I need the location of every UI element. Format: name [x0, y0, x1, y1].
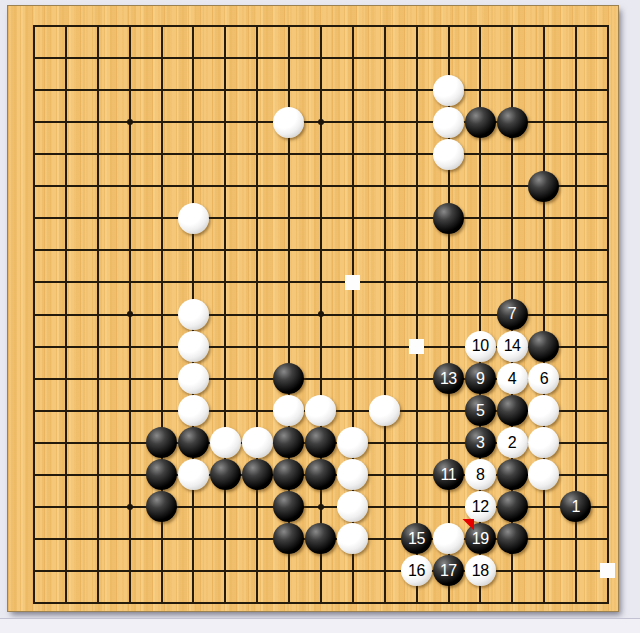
- stone-black[interactable]: [497, 523, 528, 554]
- stone-white-move-4[interactable]: 4: [497, 363, 528, 394]
- stone-white[interactable]: [178, 395, 209, 426]
- stone-black-move-5[interactable]: 5: [465, 395, 496, 426]
- stone-black[interactable]: [273, 427, 304, 458]
- stone-black[interactable]: [273, 459, 304, 490]
- stone-white-move-14[interactable]: 14: [497, 331, 528, 362]
- stone-white-move-10[interactable]: 10: [465, 331, 496, 362]
- star-point: [127, 311, 133, 317]
- square-marker: [600, 563, 615, 578]
- stone-black[interactable]: [528, 171, 559, 202]
- move-number: 4: [508, 371, 516, 387]
- stone-black-move-17[interactable]: 17: [433, 555, 464, 586]
- stone-black[interactable]: [305, 459, 336, 490]
- stone-white-move-18[interactable]: 18: [465, 555, 496, 586]
- stone-white[interactable]: [178, 331, 209, 362]
- stone-black[interactable]: [465, 107, 496, 138]
- stone-white[interactable]: [273, 107, 304, 138]
- move-number: 5: [476, 403, 484, 419]
- stone-black[interactable]: [146, 427, 177, 458]
- move-number: 6: [540, 371, 548, 387]
- stone-black[interactable]: [178, 427, 209, 458]
- move-number: 2: [508, 435, 516, 451]
- stone-white[interactable]: [273, 395, 304, 426]
- move-number: 7: [508, 306, 516, 322]
- stone-white[interactable]: [433, 107, 464, 138]
- stone-black-move-9[interactable]: 9: [465, 363, 496, 394]
- stone-white[interactable]: [337, 427, 368, 458]
- stone-white[interactable]: [337, 491, 368, 522]
- stone-white[interactable]: [528, 427, 559, 458]
- star-point: [318, 119, 324, 125]
- square-marker: [345, 275, 360, 290]
- stone-black[interactable]: [146, 459, 177, 490]
- stone-black[interactable]: [273, 491, 304, 522]
- stone-black-move-1[interactable]: 1: [560, 491, 591, 522]
- go-board[interactable]: 71014139465321181211519161718: [8, 6, 618, 611]
- move-number: 9: [476, 371, 484, 387]
- window-bottom-strip: [0, 618, 640, 633]
- stone-black-move-13[interactable]: 13: [433, 363, 464, 394]
- star-point: [318, 311, 324, 317]
- move-number: 8: [476, 467, 484, 483]
- move-number: 12: [472, 499, 489, 515]
- move-number: 11: [441, 467, 457, 483]
- move-number: 13: [440, 371, 457, 387]
- stone-white-move-6[interactable]: 6: [528, 363, 559, 394]
- move-number: 10: [472, 338, 489, 354]
- stone-black-move-15[interactable]: 15: [401, 523, 432, 554]
- stone-white[interactable]: [528, 395, 559, 426]
- stones-grid[interactable]: 71014139465321181211519161718: [18, 10, 618, 611]
- stone-white[interactable]: [369, 395, 400, 426]
- stone-white[interactable]: [337, 459, 368, 490]
- stone-black[interactable]: [210, 459, 241, 490]
- stone-black[interactable]: [305, 427, 336, 458]
- stone-white-move-2[interactable]: 2: [497, 427, 528, 458]
- stone-black[interactable]: [497, 395, 528, 426]
- move-number: 18: [472, 563, 489, 579]
- stone-white-move-8[interactable]: 8: [465, 459, 496, 490]
- stone-black[interactable]: [497, 107, 528, 138]
- move-number: 14: [504, 338, 521, 354]
- stone-black-move-3[interactable]: 3: [465, 427, 496, 458]
- move-number: 19: [472, 531, 489, 547]
- stone-white[interactable]: [305, 395, 336, 426]
- star-point: [318, 504, 324, 510]
- stone-white[interactable]: [337, 523, 368, 554]
- stone-white[interactable]: [433, 75, 464, 106]
- stone-black[interactable]: [273, 523, 304, 554]
- stone-black[interactable]: [528, 331, 559, 362]
- stone-black[interactable]: [433, 203, 464, 234]
- move-number: 15: [408, 531, 425, 547]
- move-number: 16: [408, 563, 425, 579]
- stone-white[interactable]: [178, 299, 209, 330]
- stone-white[interactable]: [178, 459, 209, 490]
- star-point: [127, 504, 133, 510]
- stone-black-move-19[interactable]: 19: [465, 523, 496, 554]
- move-number: 1: [572, 499, 580, 515]
- stone-black-move-11[interactable]: 11: [433, 459, 464, 490]
- stone-white[interactable]: [433, 139, 464, 170]
- stone-black[interactable]: [497, 459, 528, 490]
- stone-black[interactable]: [305, 523, 336, 554]
- stone-black-move-7[interactable]: 7: [497, 299, 528, 330]
- stone-white[interactable]: [210, 427, 241, 458]
- move-number: 17: [440, 563, 457, 579]
- stone-black[interactable]: [273, 363, 304, 394]
- stone-white[interactable]: [178, 363, 209, 394]
- stone-black[interactable]: [146, 491, 177, 522]
- stone-white-move-12[interactable]: 12: [465, 491, 496, 522]
- stone-white[interactable]: [528, 459, 559, 490]
- stone-white[interactable]: [178, 203, 209, 234]
- move-number: 3: [476, 435, 484, 451]
- star-point: [127, 119, 133, 125]
- square-marker: [409, 339, 424, 354]
- stone-black[interactable]: [497, 491, 528, 522]
- stone-black[interactable]: [242, 459, 273, 490]
- stone-white[interactable]: [242, 427, 273, 458]
- stone-white-move-16[interactable]: 16: [401, 555, 432, 586]
- stone-white[interactable]: [433, 523, 464, 554]
